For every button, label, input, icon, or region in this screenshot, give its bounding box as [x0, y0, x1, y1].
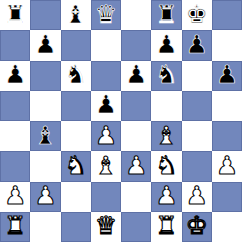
square-e1[interactable]: [121, 212, 151, 242]
piece-white-bishop[interactable]: ♝: [155, 123, 177, 148]
piece-black-knight[interactable]: ♞: [155, 62, 177, 87]
square-a1[interactable]: ♜: [0, 212, 30, 242]
piece-white-pawn[interactable]: ♟: [185, 183, 207, 208]
piece-black-king[interactable]: ♚: [185, 2, 207, 27]
square-c8[interactable]: ♝: [61, 0, 91, 30]
square-a6[interactable]: ♟: [0, 61, 30, 91]
square-h3[interactable]: ♟: [212, 151, 242, 181]
square-b4[interactable]: ♝: [30, 121, 60, 151]
square-d2[interactable]: [91, 182, 121, 212]
piece-black-pawn[interactable]: ♟: [34, 32, 56, 57]
square-g5[interactable]: [182, 91, 212, 121]
square-a8[interactable]: ♜: [0, 0, 30, 30]
square-b8[interactable]: [30, 0, 60, 30]
square-h7[interactable]: [212, 30, 242, 60]
piece-white-knight[interactable]: ♞: [155, 153, 177, 178]
square-g2[interactable]: ♟: [182, 182, 212, 212]
piece-white-pawn[interactable]: ♟: [125, 153, 147, 178]
piece-black-pawn[interactable]: ♟: [216, 62, 238, 87]
square-a4[interactable]: [0, 121, 30, 151]
piece-white-knight[interactable]: ♞: [64, 153, 86, 178]
square-e3[interactable]: ♟: [121, 151, 151, 181]
piece-white-pawn[interactable]: ♟: [34, 183, 56, 208]
square-h6[interactable]: ♟: [212, 61, 242, 91]
square-c4[interactable]: [61, 121, 91, 151]
square-b7[interactable]: ♟: [30, 30, 60, 60]
square-h2[interactable]: [212, 182, 242, 212]
piece-white-queen[interactable]: ♛: [95, 213, 117, 238]
square-d4[interactable]: ♟: [91, 121, 121, 151]
piece-black-knight[interactable]: ♞: [64, 62, 86, 87]
piece-black-pawn[interactable]: ♟: [185, 32, 207, 57]
square-f4[interactable]: ♝: [151, 121, 181, 151]
square-d3[interactable]: ♝: [91, 151, 121, 181]
square-d8[interactable]: ♛: [91, 0, 121, 30]
square-f7[interactable]: ♟: [151, 30, 181, 60]
square-g6[interactable]: [182, 61, 212, 91]
square-f5[interactable]: [151, 91, 181, 121]
piece-white-pawn[interactable]: ♟: [155, 183, 177, 208]
square-a3[interactable]: [0, 151, 30, 181]
piece-black-rook[interactable]: ♜: [155, 2, 177, 27]
piece-white-rook[interactable]: ♜: [155, 213, 177, 238]
square-h1[interactable]: [212, 212, 242, 242]
square-a7[interactable]: [0, 30, 30, 60]
square-b1[interactable]: [30, 212, 60, 242]
piece-white-pawn[interactable]: ♟: [4, 183, 26, 208]
square-e8[interactable]: [121, 0, 151, 30]
square-d5[interactable]: ♟: [91, 91, 121, 121]
square-c3[interactable]: ♞: [61, 151, 91, 181]
square-d7[interactable]: [91, 30, 121, 60]
square-f6[interactable]: ♞: [151, 61, 181, 91]
piece-black-queen[interactable]: ♛: [95, 2, 117, 27]
square-h4[interactable]: [212, 121, 242, 151]
piece-black-bishop[interactable]: ♝: [34, 123, 56, 148]
square-h5[interactable]: [212, 91, 242, 121]
square-e5[interactable]: [121, 91, 151, 121]
chess-board: ♜♝♛♜♚♟♟♟♟♞♟♞♟♟♝♟♝♞♝♟♞♟♟♟♟♟♜♛♜♚: [0, 0, 242, 242]
piece-black-pawn[interactable]: ♟: [155, 32, 177, 57]
square-c1[interactable]: [61, 212, 91, 242]
square-d6[interactable]: [91, 61, 121, 91]
square-b5[interactable]: [30, 91, 60, 121]
square-h8[interactable]: [212, 0, 242, 30]
square-a5[interactable]: [0, 91, 30, 121]
square-f3[interactable]: ♞: [151, 151, 181, 181]
square-d1[interactable]: ♛: [91, 212, 121, 242]
square-b6[interactable]: [30, 61, 60, 91]
square-e7[interactable]: [121, 30, 151, 60]
square-g3[interactable]: [182, 151, 212, 181]
square-c2[interactable]: [61, 182, 91, 212]
piece-black-pawn[interactable]: ♟: [125, 62, 147, 87]
square-e2[interactable]: [121, 182, 151, 212]
square-c6[interactable]: ♞: [61, 61, 91, 91]
square-e4[interactable]: [121, 121, 151, 151]
square-f8[interactable]: ♜: [151, 0, 181, 30]
square-g4[interactable]: [182, 121, 212, 151]
square-b2[interactable]: ♟: [30, 182, 60, 212]
square-g1[interactable]: ♚: [182, 212, 212, 242]
piece-black-bishop[interactable]: ♝: [64, 2, 86, 27]
piece-white-pawn[interactable]: ♟: [95, 123, 117, 148]
square-f1[interactable]: ♜: [151, 212, 181, 242]
square-f2[interactable]: ♟: [151, 182, 181, 212]
piece-black-rook[interactable]: ♜: [4, 2, 26, 27]
piece-black-pawn[interactable]: ♟: [4, 62, 26, 87]
square-g8[interactable]: ♚: [182, 0, 212, 30]
square-c7[interactable]: [61, 30, 91, 60]
piece-white-rook[interactable]: ♜: [4, 213, 26, 238]
square-b3[interactable]: [30, 151, 60, 181]
square-c5[interactable]: [61, 91, 91, 121]
piece-white-pawn[interactable]: ♟: [216, 153, 238, 178]
square-e6[interactable]: ♟: [121, 61, 151, 91]
square-a2[interactable]: ♟: [0, 182, 30, 212]
piece-white-bishop[interactable]: ♝: [95, 153, 117, 178]
square-g7[interactable]: ♟: [182, 30, 212, 60]
piece-black-pawn[interactable]: ♟: [95, 92, 117, 117]
piece-white-king[interactable]: ♚: [185, 213, 207, 238]
